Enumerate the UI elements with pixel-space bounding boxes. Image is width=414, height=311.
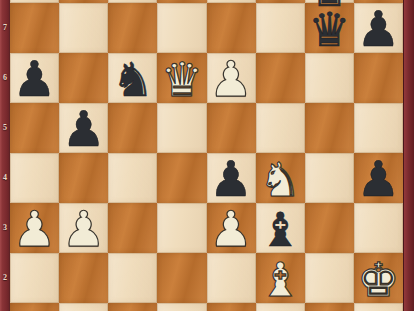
square-e7[interactable] [207, 3, 256, 53]
square-b3[interactable]: ♟ [59, 203, 108, 253]
white-pawn-b3[interactable]: ♟ [59, 205, 108, 255]
white-knight-f4[interactable]: ♞ [256, 155, 305, 205]
square-b2[interactable] [59, 253, 108, 303]
black-queen-g7[interactable]: ♛ [305, 5, 354, 55]
square-g6[interactable] [305, 53, 354, 103]
rank-label-4: 4 [0, 173, 10, 183]
square-b7[interactable] [59, 3, 108, 53]
rank-label-6: 6 [0, 73, 10, 83]
square-d1[interactable] [157, 303, 206, 311]
square-f5[interactable] [256, 103, 305, 153]
square-d6[interactable]: ♛ [157, 53, 206, 103]
square-a7[interactable] [10, 3, 59, 53]
square-e4[interactable]: ♟ [207, 153, 256, 203]
board-frame-left: 765432 [0, 0, 10, 311]
rank-label-3: 3 [0, 223, 10, 233]
square-d3[interactable] [157, 203, 206, 253]
square-h7[interactable]: ♟ [354, 3, 403, 53]
black-pawn-h7[interactable]: ♟ [354, 5, 403, 55]
square-h4[interactable]: ♟ [354, 153, 403, 203]
square-f3[interactable]: ♝ [256, 203, 305, 253]
square-f4[interactable]: ♞ [256, 153, 305, 203]
square-g4[interactable] [305, 153, 354, 203]
square-d4[interactable] [157, 153, 206, 203]
black-knight-c6[interactable]: ♞ [108, 55, 157, 105]
black-pawn-a6[interactable]: ♟ [10, 55, 59, 105]
square-b4[interactable] [59, 153, 108, 203]
square-g3[interactable] [305, 203, 354, 253]
square-h6[interactable] [354, 53, 403, 103]
black-pawn-e4[interactable]: ♟ [207, 155, 256, 205]
black-bishop-f3[interactable]: ♝ [256, 205, 305, 255]
square-c2[interactable] [108, 253, 157, 303]
square-d2[interactable] [157, 253, 206, 303]
square-a1[interactable] [10, 303, 59, 311]
square-e1[interactable] [207, 303, 256, 311]
square-c1[interactable] [108, 303, 157, 311]
square-a3[interactable]: ♟ [10, 203, 59, 253]
square-c4[interactable] [108, 153, 157, 203]
white-pawn-a3[interactable]: ♟ [10, 205, 59, 255]
square-c6[interactable]: ♞ [108, 53, 157, 103]
chess-diagram: ♚♛♟♟♞♛♟♟♟♞♟♟♟♟♝♝♚ 765432 [0, 0, 414, 311]
square-f2[interactable]: ♝ [256, 253, 305, 303]
square-g1[interactable] [305, 303, 354, 311]
rank-label-7: 7 [0, 23, 10, 33]
square-a5[interactable] [10, 103, 59, 153]
white-king-h2[interactable]: ♚ [354, 255, 403, 305]
black-pawn-h4[interactable]: ♟ [354, 155, 403, 205]
chess-board: ♚♛♟♟♞♛♟♟♟♞♟♟♟♟♝♝♚ [10, 0, 403, 311]
square-e3[interactable]: ♟ [207, 203, 256, 253]
square-b6[interactable] [59, 53, 108, 103]
square-a6[interactable]: ♟ [10, 53, 59, 103]
square-h2[interactable]: ♚ [354, 253, 403, 303]
rank-label-5: 5 [0, 123, 10, 133]
square-c3[interactable] [108, 203, 157, 253]
square-h5[interactable] [354, 103, 403, 153]
rank-label-2: 2 [0, 273, 10, 283]
square-d5[interactable] [157, 103, 206, 153]
square-g7[interactable]: ♛ [305, 3, 354, 53]
square-a4[interactable] [10, 153, 59, 203]
square-b5[interactable]: ♟ [59, 103, 108, 153]
square-g2[interactable] [305, 253, 354, 303]
square-d7[interactable] [157, 3, 206, 53]
square-e6[interactable]: ♟ [207, 53, 256, 103]
square-f6[interactable] [256, 53, 305, 103]
white-pawn-e3[interactable]: ♟ [207, 205, 256, 255]
square-b1[interactable] [59, 303, 108, 311]
board-frame-right [403, 0, 414, 311]
white-queen-d6[interactable]: ♛ [157, 55, 206, 105]
white-bishop-f2[interactable]: ♝ [256, 255, 305, 305]
square-c5[interactable] [108, 103, 157, 153]
white-pawn-e6[interactable]: ♟ [207, 55, 256, 105]
black-pawn-b5[interactable]: ♟ [59, 105, 108, 155]
square-h3[interactable] [354, 203, 403, 253]
square-c7[interactable] [108, 3, 157, 53]
square-a2[interactable] [10, 253, 59, 303]
square-f7[interactable] [256, 3, 305, 53]
square-g5[interactable] [305, 103, 354, 153]
square-e5[interactable] [207, 103, 256, 153]
square-e2[interactable] [207, 253, 256, 303]
